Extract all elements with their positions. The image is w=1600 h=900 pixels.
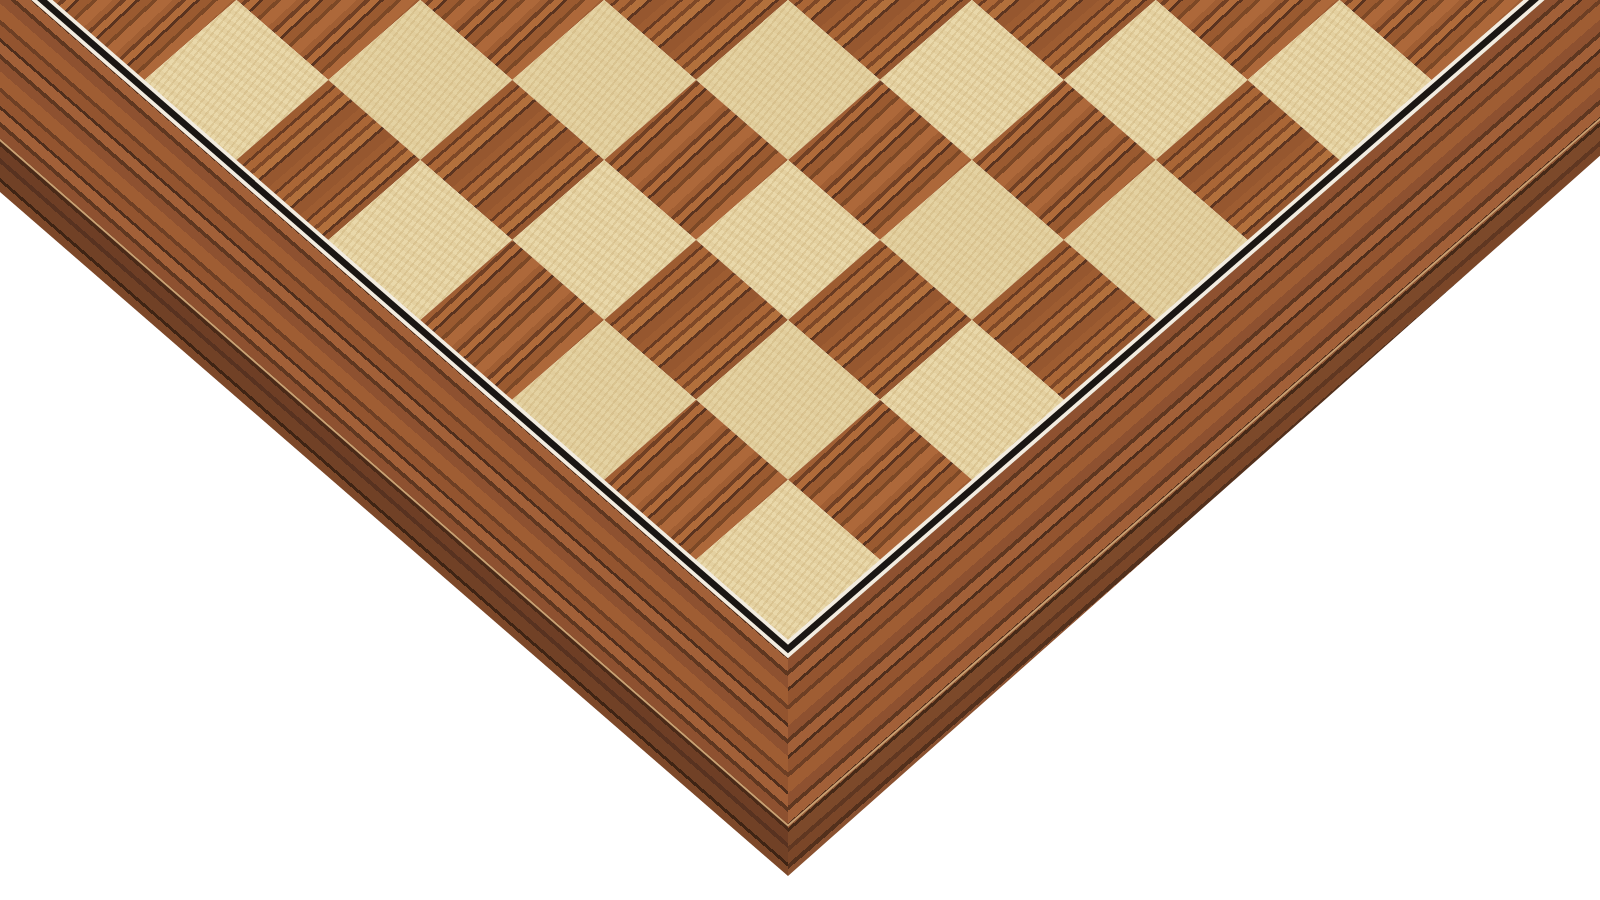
product-photo-scene [0,0,1600,900]
chessboard [0,0,1600,824]
